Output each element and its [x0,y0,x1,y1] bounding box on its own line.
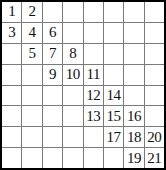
grid-cell-r7c5[interactable] [84,127,103,147]
grid-cell-r7c4[interactable] [63,127,82,147]
grid-cell-r2c6[interactable] [104,23,123,43]
grid-cell-r4c6[interactable] [104,65,123,85]
puzzle-board: 123465789101112141315161718201921 [0,0,166,170]
grid-cell-r8c3[interactable] [43,148,62,168]
grid-cell-r7c8[interactable]: 20 [145,127,164,147]
grid-cell-r6c5[interactable]: 13 [84,106,103,126]
grid-cell-r7c7[interactable]: 18 [124,127,143,147]
grid-cell-r8c2[interactable] [22,148,41,168]
grid-cell-r5c7[interactable] [124,86,143,106]
grid-cell-r3c5[interactable] [84,44,103,64]
grid-cell-r5c1[interactable] [2,86,21,106]
grid-cell-r3c8[interactable] [145,44,164,64]
grid-cell-r2c3[interactable]: 6 [43,23,62,43]
grid-cell-r2c1[interactable]: 3 [2,23,21,43]
grid-cell-r6c2[interactable] [22,106,41,126]
grid-cell-r8c7[interactable]: 19 [124,148,143,168]
grid-cell-r3c1[interactable] [2,44,21,64]
grid-cell-r4c8[interactable] [145,65,164,85]
grid-cell-r4c5[interactable]: 11 [84,65,103,85]
grid-cell-r3c4[interactable]: 8 [63,44,82,64]
grid-cell-r8c1[interactable] [2,148,21,168]
grid-cell-r8c8[interactable]: 21 [145,148,164,168]
grid-cell-r3c2[interactable]: 5 [22,44,41,64]
grid-cell-r6c4[interactable] [63,106,82,126]
grid-cell-r1c8[interactable] [145,2,164,22]
grid-cell-r2c8[interactable] [145,23,164,43]
grid-cell-r8c6[interactable] [104,148,123,168]
grid-cell-r2c2[interactable]: 4 [22,23,41,43]
grid-cell-r2c5[interactable] [84,23,103,43]
grid-cell-r5c4[interactable] [63,86,82,106]
grid-cell-r4c3[interactable]: 9 [43,65,62,85]
grid-cell-r5c3[interactable] [43,86,62,106]
grid-cell-r7c6[interactable]: 17 [104,127,123,147]
grid-cell-r5c8[interactable] [145,86,164,106]
grid-cell-r3c7[interactable] [124,44,143,64]
grid-cell-r7c2[interactable] [22,127,41,147]
grid-cell-r2c4[interactable] [63,23,82,43]
grid-cell-r6c7[interactable]: 16 [124,106,143,126]
grid-cell-r6c3[interactable] [43,106,62,126]
grid-cell-r6c1[interactable] [2,106,21,126]
grid-cell-r1c3[interactable] [43,2,62,22]
grid-cell-r4c4[interactable]: 10 [63,65,82,85]
grid-cell-r1c4[interactable] [63,2,82,22]
grid-cell-r3c6[interactable] [104,44,123,64]
grid-cell-r5c5[interactable]: 12 [84,86,103,106]
grid-cell-r4c1[interactable] [2,65,21,85]
grid-cell-r7c1[interactable] [2,127,21,147]
grid-cell-r4c2[interactable] [22,65,41,85]
grid-cell-r1c7[interactable] [124,2,143,22]
grid-cell-r8c5[interactable] [84,148,103,168]
grid-cell-r4c7[interactable] [124,65,143,85]
grid-cell-r3c3[interactable]: 7 [43,44,62,64]
grid-cell-r1c5[interactable] [84,2,103,22]
grid-cell-r1c2[interactable]: 2 [22,2,41,22]
grid-cell-r8c4[interactable] [63,148,82,168]
grid-cell-r2c7[interactable] [124,23,143,43]
grid-cell-r5c6[interactable]: 14 [104,86,123,106]
grid-cell-r1c6[interactable] [104,2,123,22]
grid-cell-r6c6[interactable]: 15 [104,106,123,126]
grid-cell-r6c8[interactable] [145,106,164,126]
grid-cell-r1c1[interactable]: 1 [2,2,21,22]
grid-cell-r5c2[interactable] [22,86,41,106]
grid-cell-r7c3[interactable] [43,127,62,147]
